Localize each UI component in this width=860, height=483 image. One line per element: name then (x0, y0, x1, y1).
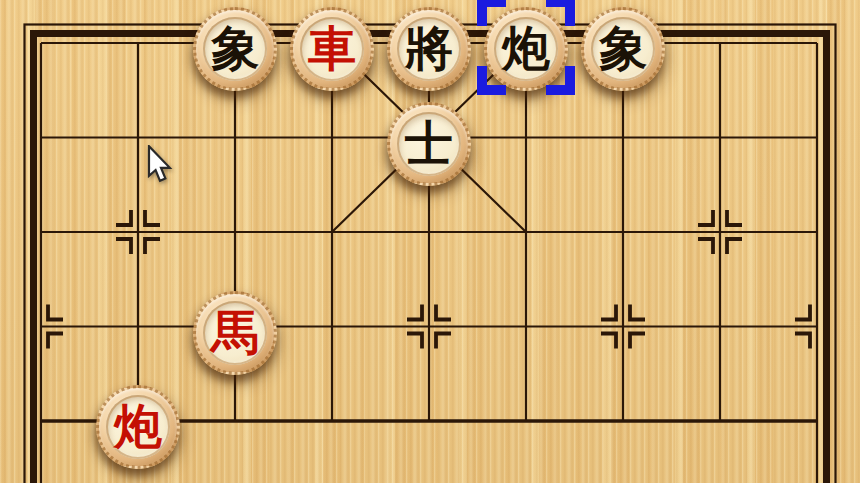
piece-glyph: 炮 (114, 402, 162, 450)
piece-glyph: 象 (599, 24, 647, 72)
piece-glyph: 車 (308, 24, 356, 72)
piece-black-cannon[interactable]: 炮 (484, 7, 568, 91)
piece-glyph: 象 (211, 24, 259, 72)
piece-black-elephant-right[interactable]: 象 (581, 7, 665, 91)
piece-face: 炮 (494, 17, 558, 81)
piece-glyph: 炮 (502, 24, 550, 72)
piece-face: 馬 (203, 301, 267, 365)
piece-glyph: 將 (405, 24, 453, 72)
piece-black-elephant-left[interactable]: 象 (193, 7, 277, 91)
pieces-layer: 象車將炮象士馬炮 (0, 0, 860, 483)
piece-black-general[interactable]: 將 (387, 7, 471, 91)
piece-black-advisor[interactable]: 士 (387, 102, 471, 186)
piece-face: 象 (591, 17, 655, 81)
piece-glyph: 馬 (211, 308, 259, 356)
piece-red-chariot[interactable]: 車 (290, 7, 374, 91)
piece-glyph: 士 (405, 119, 453, 167)
mouse-cursor (147, 145, 174, 189)
xiangqi-board: 象車將炮象士馬炮 (0, 0, 860, 483)
piece-red-cannon[interactable]: 炮 (96, 385, 180, 469)
arrow-cursor-shape (149, 146, 170, 181)
piece-red-horse[interactable]: 馬 (193, 291, 277, 375)
piece-face: 士 (397, 112, 461, 176)
piece-face: 象 (203, 17, 267, 81)
piece-face: 車 (300, 17, 364, 81)
piece-face: 將 (397, 17, 461, 81)
piece-face: 炮 (106, 395, 170, 459)
